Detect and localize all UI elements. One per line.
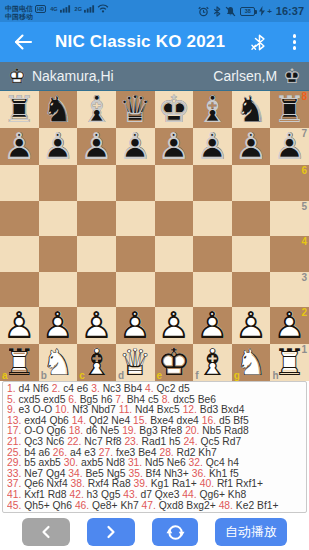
black-pawn-piece: ♟ [119, 128, 152, 165]
chevron-right-icon [106, 525, 116, 539]
carrier-name-1: 中国电信 [5, 5, 33, 13]
move-text[interactable]: Qd2 Ne4 [86, 416, 130, 426]
black-bishop-piece: ♝ [196, 91, 229, 128]
move-number: 13. [7, 416, 21, 426]
move-number: 25. [7, 448, 21, 458]
move-number: 26. [53, 448, 67, 458]
move-line: 45. Qh5+ Qh6 46. Qe8+ Kh7 47. Qxd8 Bxg2+… [7, 501, 302, 512]
move-text[interactable]: Bxe4 dxe4 [147, 416, 199, 426]
file-label-h: h [272, 370, 278, 381]
square-h5[interactable]: 5 [270, 201, 309, 237]
rank-label-1: 1 [301, 344, 307, 355]
square-a1[interactable]: ♜a [0, 344, 39, 381]
sync-circle-icon [165, 522, 186, 543]
move-number: 43. [123, 490, 137, 500]
move-number: 8. [162, 395, 171, 405]
move-text[interactable]: Qc2 d5 [154, 384, 190, 394]
rank-label-3: 3 [301, 272, 307, 283]
move-text[interactable]: Bf4 Nh3+ [143, 469, 189, 479]
square-h7[interactable]: ♟7 [270, 128, 309, 165]
move-number: 23. [124, 437, 138, 447]
status-bar: 中国电信 HD 4G 2G 中国移动 [0, 0, 309, 22]
phone-screen: 中国电信 HD 4G 2G 中国移动 [0, 0, 309, 550]
file-label-b: b [41, 370, 47, 381]
move-text[interactable]: exd4 Qb6 [21, 416, 69, 426]
move-number: 9. [7, 405, 16, 415]
square-h6[interactable]: 6 [270, 165, 309, 201]
move-text[interactable]: Rxf4 Ra8 [85, 479, 131, 489]
black-pawn-piece: ♟ [234, 128, 267, 165]
square-e6[interactable] [155, 165, 194, 201]
sim1-signal-icon [60, 4, 71, 13]
square-g8[interactable]: ♞ [232, 91, 271, 128]
carrier-block: 中国电信 HD 4G 2G 中国移动 [5, 3, 109, 21]
black-rook-piece: ♜ [3, 91, 36, 128]
move-number: 32. [189, 458, 203, 468]
square-g6[interactable] [232, 165, 271, 201]
move-text[interactable]: Qc4 h4 [203, 458, 239, 468]
move-number: 16. [202, 416, 216, 426]
move-number: 31. [128, 458, 142, 468]
move-number: 15. [133, 416, 147, 426]
move-text[interactable]: dxc5 Be6 [170, 395, 216, 405]
wifi-icon [97, 3, 109, 13]
move-number: 34. [68, 469, 82, 479]
black-knight-piece: ♞ [41, 91, 74, 128]
move-text[interactable]: Bg5 h6 [77, 395, 113, 405]
move-number: 12. [183, 405, 197, 415]
square-d5[interactable] [116, 201, 155, 237]
square-a3[interactable] [0, 272, 39, 308]
move-text[interactable]: Kxf1 Rd8 [21, 490, 66, 500]
square-f8[interactable]: ♝ [193, 91, 232, 128]
move-text[interactable]: Bh4 c5 [124, 395, 159, 405]
move-number: 44. [182, 490, 196, 500]
move-text[interactable]: Qe8+ Kh7 [89, 501, 139, 511]
white-king-piece: ♚ [157, 344, 190, 381]
move-text[interactable]: Kh1 f5 [206, 469, 239, 479]
square-b8[interactable]: ♞ [39, 91, 78, 128]
move-number: 21. [7, 437, 21, 447]
square-e5[interactable] [155, 201, 194, 237]
square-a5[interactable] [0, 201, 39, 237]
square-c8[interactable]: ♝ [77, 91, 116, 128]
move-text[interactable]: Be5 Ng5 [83, 469, 126, 479]
square-d1[interactable]: ♛d [116, 344, 155, 381]
move-number: 41. [7, 490, 21, 500]
move-number: 38. [71, 479, 85, 489]
square-e4[interactable] [155, 236, 194, 272]
square-f6[interactable] [193, 165, 232, 201]
square-g7[interactable]: ♟ [232, 128, 271, 165]
black-queen-piece: ♛ [119, 91, 152, 128]
square-b2[interactable]: ♟ [39, 307, 78, 344]
black-pawn-piece: ♟ [3, 128, 36, 165]
square-g4[interactable] [232, 236, 271, 272]
move-text[interactable]: Nb5 Rad8 [199, 426, 248, 436]
move-text[interactable]: Rf1 Rxf1+ [214, 479, 263, 489]
move-number: 3. [91, 384, 100, 394]
move-number: 40. [200, 479, 214, 489]
move-number: 11. [119, 405, 133, 415]
move-number: 20. [185, 426, 199, 436]
square-b3[interactable] [39, 272, 78, 308]
white-pawn-piece: ♟ [234, 307, 267, 344]
move-line: 41. Kxf1 Rd8 42. h3 Qg5 43. d7 Qxe3 44. … [7, 490, 302, 501]
square-f1[interactable]: ♝f [193, 344, 232, 381]
move-line: 25. b4 a6 26. a4 e3 27. fxe3 Be4 28. Rd2… [7, 448, 302, 459]
move-text[interactable]: e3 O-O [16, 405, 53, 415]
square-b1[interactable]: ♞b [39, 344, 78, 381]
move-text[interactable]: axb5 Nd8 [78, 458, 125, 468]
move-number: 46. [75, 501, 89, 511]
move-text[interactable]: Bd3 Bxd4 [197, 405, 245, 415]
move-number: 30. [64, 458, 78, 468]
square-b4[interactable] [39, 236, 78, 272]
move-text[interactable]: Bg3 Rfe8 [136, 426, 182, 436]
move-text[interactable]: Nc7 Rf8 [81, 437, 121, 447]
rank-label-4: 4 [301, 236, 307, 247]
move-number: 4. [145, 384, 154, 394]
fast-charge-plus: + [267, 7, 272, 16]
square-e8[interactable]: ♚ [155, 91, 194, 128]
black-king-piece: ♚ [157, 91, 190, 128]
move-number: 1. [7, 384, 16, 394]
square-a4[interactable] [0, 236, 39, 272]
rank-label-7: 7 [301, 128, 307, 139]
square-d8[interactable]: ♛ [116, 91, 155, 128]
move-line: 29. b5 axb5 30. axb5 Nd8 31. Nd5 Ne6 32.… [7, 458, 302, 469]
square-h1[interactable]: ♜1h [270, 344, 309, 381]
square-d6[interactable] [116, 165, 155, 201]
move-number: 10. [55, 405, 69, 415]
bluetooth-status-icon [213, 6, 221, 17]
square-b7[interactable]: ♟ [39, 128, 78, 165]
white-pawn-piece: ♟ [80, 307, 113, 344]
move-line: 21. Qc3 Nc6 22. Nc7 Rf8 23. Rad1 h5 24. … [7, 437, 302, 448]
square-a8[interactable]: ♜ [0, 91, 39, 128]
black-pawn-piece: ♟ [196, 128, 229, 165]
move-text[interactable]: Qc3 Nc6 [21, 437, 64, 447]
move-text[interactable]: Rad1 h5 [139, 437, 181, 447]
move-number: 24. [183, 437, 197, 447]
square-f7[interactable]: ♟ [193, 128, 232, 165]
square-f4[interactable] [193, 236, 232, 272]
move-number: 42. [69, 490, 83, 500]
black-king-icon: ♚ [283, 66, 301, 87]
chevron-left-icon [41, 525, 51, 539]
square-a7[interactable]: ♟ [0, 128, 39, 165]
square-h3[interactable]: 3 [270, 272, 309, 308]
square-d4[interactable] [116, 236, 155, 272]
status-icons: 38 + 16:37 [198, 5, 304, 17]
white-player-name: Nakamura,Hi [32, 68, 114, 84]
move-number: 27. [99, 448, 113, 458]
move-text[interactable]: Kg1 Ra1+ [148, 479, 197, 489]
square-e7[interactable]: ♟ [155, 128, 194, 165]
move-line: 33. Ne7 Qg4 34. Be5 Ng5 35. Bf4 Nh3+ 36.… [7, 469, 302, 480]
move-line: 17. O-O Qg6 18. d6 Ne5 19. Bg3 Rfe8 20. … [7, 426, 302, 437]
square-c1[interactable]: ♝c [77, 344, 116, 381]
player-bar: ♚ Nakamura,Hi Carlsen,M ♚ [0, 62, 309, 91]
alarm-icon [198, 6, 209, 17]
rank-label-8: 8 [301, 91, 307, 102]
move-number: 7. [115, 395, 124, 405]
white-pawn-piece: ♟ [196, 307, 229, 344]
move-number: 39. [134, 479, 148, 489]
square-e3[interactable] [155, 272, 194, 308]
square-f2[interactable]: ♟ [193, 307, 232, 344]
move-number: 36. [192, 469, 206, 479]
move-text[interactable]: Qh5+ Qh6 [21, 501, 72, 511]
square-d3[interactable] [116, 272, 155, 308]
file-label-d: d [118, 370, 124, 381]
square-e2[interactable]: ♟ [155, 307, 194, 344]
clock-time: 16:37 [276, 5, 304, 17]
file-label-c: c [79, 370, 85, 381]
file-label-a: a [2, 370, 8, 381]
file-label-g: g [234, 370, 240, 381]
move-text[interactable]: O-O Qg6 [21, 426, 66, 436]
previous-move-button[interactable] [22, 518, 70, 546]
white-king-icon: ♚ [8, 66, 26, 87]
move-text[interactable]: Nd5 Ne6 [142, 458, 186, 468]
mute-bell-icon [225, 6, 236, 17]
move-text[interactable]: cxd5 exd5 [16, 395, 66, 405]
white-pawn-piece: ♟ [3, 307, 36, 344]
move-text[interactable]: Qg6+ Kh8 [197, 490, 247, 500]
square-c6[interactable] [77, 165, 116, 201]
move-number: 29. [7, 458, 21, 468]
black-pawn-piece: ♟ [41, 128, 74, 165]
white-bishop-piece: ♝ [196, 344, 229, 381]
move-line: 1. d4 Nf6 2. c4 e6 3. Nc3 Bb4 4. Qc2 d5 [7, 384, 302, 395]
hd-badge: HD [35, 5, 46, 13]
move-number: 37. [7, 479, 21, 489]
rank-label-6: 6 [301, 165, 307, 176]
square-c4[interactable] [77, 236, 116, 272]
move-text[interactable]: d5 Bf5 [216, 416, 249, 426]
move-number: 19. [122, 426, 136, 436]
sim2-network-label: 2G [75, 5, 82, 13]
square-g3[interactable] [232, 272, 271, 308]
move-text[interactable]: c4 e6 [60, 384, 88, 394]
black-king-piece: ♚ [283, 66, 301, 86]
square-a2[interactable]: ♟ [0, 307, 39, 344]
autoplay-button[interactable]: 自动播放 [215, 518, 287, 546]
square-d7[interactable]: ♟ [116, 128, 155, 165]
back-arrow-icon[interactable] [13, 33, 33, 51]
battery-icon: 38 [240, 7, 255, 16]
move-text[interactable]: Nc3 Bb4 [100, 384, 142, 394]
next-move-button[interactable] [87, 518, 135, 546]
move-number: 35. [128, 469, 142, 479]
black-bishop-piece: ♝ [80, 91, 113, 128]
move-text[interactable]: b5 axb5 [21, 458, 61, 468]
black-pawn-piece: ♟ [157, 128, 190, 165]
white-king-piece: ♚ [8, 66, 26, 86]
square-c2[interactable]: ♟ [77, 307, 116, 344]
square-c7[interactable]: ♟ [77, 128, 116, 165]
white-pawn-piece: ♟ [119, 307, 152, 344]
square-b5[interactable] [39, 201, 78, 237]
file-label-f: f [195, 370, 198, 381]
square-g1[interactable]: ♞g [232, 344, 271, 381]
file-label-e: e [157, 370, 163, 381]
chess-board[interactable]: ♜♞♝♛♚♝♞♜8♟♟♟♟♟♟♟♟76543♟♟♟♟♟♟♟♟2♜a♞b♝c♛d♚… [0, 91, 309, 381]
page-title: NIC Classic KO 2021 [55, 32, 250, 52]
square-b6[interactable] [39, 165, 78, 201]
move-number: 14. [72, 416, 86, 426]
square-f5[interactable] [193, 201, 232, 237]
move-number: 5. [7, 395, 16, 405]
square-a6[interactable] [0, 165, 39, 201]
square-f3[interactable] [193, 272, 232, 308]
square-e1[interactable]: ♚e [155, 344, 194, 381]
move-list-panel[interactable]: 1. d4 Nf6 2. c4 e6 3. Nc3 Bb4 4. Qc2 d5 … [2, 381, 307, 513]
move-text[interactable]: d7 Qxe3 [138, 490, 180, 500]
move-text[interactable]: b4 a6 [21, 448, 50, 458]
move-number: 33. [7, 469, 21, 479]
carrier-name-2: 中国移动 [5, 13, 109, 21]
battery-percent: 38 [245, 8, 251, 14]
black-knight-piece: ♞ [234, 91, 267, 128]
move-line: 5. cxd5 exd5 6. Bg5 h6 7. Bh4 c5 8. dxc5… [7, 395, 302, 406]
bluetooth-disabled-icon[interactable] [250, 33, 269, 52]
sim2-signal-icon [84, 4, 95, 13]
move-text[interactable]: Nf3 Nbd7 [69, 405, 115, 415]
move-text[interactable]: Qe6 Nxf4 [21, 479, 67, 489]
move-number: 47. [142, 501, 156, 511]
move-number: 18. [69, 426, 83, 436]
square-h8[interactable]: ♜8 [270, 91, 309, 128]
move-text[interactable]: Rd2 Kh7 [174, 448, 217, 458]
move-text[interactable]: d4 Nf6 [16, 384, 49, 394]
move-number: 6. [68, 395, 77, 405]
move-line: 9. e3 O-O 10. Nf3 Nbd7 11. Nd4 Bxc5 12. … [7, 405, 302, 416]
move-text[interactable]: Ke2 Bf1+ [233, 501, 279, 511]
move-text[interactable]: Qc5 Rd7 [198, 437, 242, 447]
move-line: 13. exd4 Qb6 14. Qd2 Ne4 15. Bxe4 dxe4 1… [7, 416, 302, 427]
move-number: 28. [159, 448, 173, 458]
white-pawn-piece: ♟ [41, 307, 74, 344]
white-pawn-piece: ♟ [157, 307, 190, 344]
square-g5[interactable] [232, 201, 271, 237]
move-text[interactable]: Qxd8 Bxg2+ [156, 501, 216, 511]
square-d2[interactable]: ♟ [116, 307, 155, 344]
black-pawn-piece: ♟ [80, 128, 113, 165]
move-number: 22. [67, 437, 81, 447]
move-number: 45. [7, 501, 21, 511]
square-c5[interactable] [77, 201, 116, 237]
move-text[interactable]: Nd4 Bxc5 [132, 405, 180, 415]
playback-controls: 自动播放 [0, 513, 309, 550]
charging-bolt-icon [259, 6, 265, 16]
overflow-menu-icon[interactable] [293, 34, 297, 50]
square-h2[interactable]: ♟2 [270, 307, 309, 344]
move-text[interactable]: d6 Ne5 [83, 426, 119, 436]
move-text[interactable]: a4 e3 [67, 448, 96, 458]
move-line: 37. Qe6 Nxf4 38. Rxf4 Ra8 39. Kg1 Ra1+ 4… [7, 479, 302, 490]
square-c3[interactable] [77, 272, 116, 308]
move-number: 48. [219, 501, 233, 511]
move-text[interactable]: h3 Qg5 [84, 490, 121, 500]
sim1-network-label: 4G [50, 5, 57, 13]
move-number: 17. [7, 426, 21, 436]
rank-label-5: 5 [301, 201, 307, 212]
move-text[interactable]: Ne7 Qg4 [21, 469, 65, 479]
app-bar: NIC Classic KO 2021 [0, 22, 309, 62]
move-text[interactable]: fxe3 Be4 [113, 448, 157, 458]
move-number: 2. [52, 384, 61, 394]
square-g2[interactable]: ♟ [232, 307, 271, 344]
flip-refresh-button[interactable] [152, 518, 198, 546]
square-h4[interactable]: 4 [270, 236, 309, 272]
rank-label-2: 2 [301, 307, 307, 318]
black-player-name: Carlsen,M [213, 68, 277, 84]
